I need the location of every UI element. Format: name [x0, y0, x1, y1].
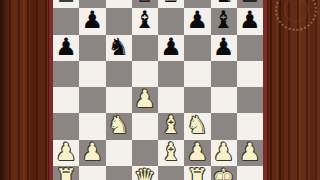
- square-a4[interactable]: [53, 87, 79, 113]
- piece-white-bishop-e2[interactable]: ♝: [160, 140, 182, 164]
- square-a3[interactable]: [53, 113, 79, 139]
- piece-white-queen-d1[interactable]: ♛: [134, 166, 156, 180]
- square-g2[interactable]: ♟: [211, 140, 237, 166]
- square-e4[interactable]: [158, 87, 184, 113]
- square-f1[interactable]: ♜: [184, 166, 210, 180]
- square-c6[interactable]: ♞: [106, 35, 132, 61]
- piece-black-pawn-e6[interactable]: ♟: [160, 35, 182, 59]
- square-g7[interactable]: ♝: [211, 8, 237, 34]
- video-frame: ♜♛♚♞♜♟♝♟♝♟♟♞♟♟♟♞♝♞♟♟♝♟♟♟♜♛♜♚: [0, 0, 320, 180]
- square-b1[interactable]: [79, 166, 105, 180]
- piece-black-knight-c6[interactable]: ♞: [108, 35, 130, 59]
- square-b2[interactable]: ♟: [79, 140, 105, 166]
- piece-black-rook-a8[interactable]: ♜: [55, 0, 77, 6]
- square-e6[interactable]: ♟: [158, 35, 184, 61]
- square-c2[interactable]: [106, 140, 132, 166]
- square-h7[interactable]: ♟: [237, 8, 263, 34]
- piece-white-pawn-g2[interactable]: ♟: [213, 140, 235, 164]
- square-b7[interactable]: ♟: [79, 8, 105, 34]
- board-frame: ♜♛♚♞♜♟♝♟♝♟♟♞♟♟♟♞♝♞♟♟♝♟♟♟♜♛♜♚: [48, 0, 268, 180]
- square-e7[interactable]: [158, 8, 184, 34]
- square-b6[interactable]: [79, 35, 105, 61]
- piece-black-bishop-g7[interactable]: ♝: [213, 8, 235, 32]
- square-f2[interactable]: ♟: [184, 140, 210, 166]
- square-c5[interactable]: [106, 61, 132, 87]
- square-f5[interactable]: [184, 61, 210, 87]
- piece-black-pawn-f7[interactable]: ♟: [187, 8, 209, 32]
- square-a2[interactable]: ♟: [53, 140, 79, 166]
- piece-white-knight-c3[interactable]: ♞: [108, 113, 130, 137]
- square-f6[interactable]: [184, 35, 210, 61]
- square-d5[interactable]: [132, 61, 158, 87]
- square-c4[interactable]: [106, 87, 132, 113]
- chess-board: ♜♛♚♞♜♟♝♟♝♟♟♞♟♟♟♞♝♞♟♟♝♟♟♟♜♛♜♚: [53, 0, 263, 180]
- piece-white-pawn-h2[interactable]: ♟: [239, 140, 261, 164]
- circular-logo-watermark: [275, 0, 317, 31]
- square-d3[interactable]: [132, 113, 158, 139]
- square-a6[interactable]: ♟: [53, 35, 79, 61]
- square-h1[interactable]: [237, 166, 263, 180]
- piece-white-rook-f1[interactable]: ♜: [187, 166, 209, 180]
- square-b5[interactable]: [79, 61, 105, 87]
- square-b4[interactable]: [79, 87, 105, 113]
- piece-black-pawn-g6[interactable]: ♟: [213, 35, 235, 59]
- square-c3[interactable]: ♞: [106, 113, 132, 139]
- square-c7[interactable]: [106, 8, 132, 34]
- square-h4[interactable]: [237, 87, 263, 113]
- piece-black-pawn-b7[interactable]: ♟: [82, 8, 104, 32]
- piece-white-rook-a1[interactable]: ♜: [55, 166, 77, 180]
- square-d6[interactable]: [132, 35, 158, 61]
- square-g5[interactable]: [211, 61, 237, 87]
- piece-white-knight-f3[interactable]: ♞: [187, 113, 209, 137]
- square-f3[interactable]: ♞: [184, 113, 210, 139]
- square-a5[interactable]: [53, 61, 79, 87]
- square-e1[interactable]: [158, 166, 184, 180]
- left-edge-shadow: [0, 0, 14, 180]
- piece-black-knight-g8[interactable]: ♞: [213, 0, 235, 6]
- piece-white-pawn-d4[interactable]: ♟: [134, 87, 156, 111]
- square-b3[interactable]: [79, 113, 105, 139]
- square-d1[interactable]: ♛: [132, 166, 158, 180]
- square-g6[interactable]: ♟: [211, 35, 237, 61]
- square-a7[interactable]: [53, 8, 79, 34]
- square-a8[interactable]: ♜: [53, 0, 79, 8]
- square-e2[interactable]: ♝: [158, 140, 184, 166]
- square-c8[interactable]: [106, 0, 132, 8]
- square-d7[interactable]: ♝: [132, 8, 158, 34]
- square-e8[interactable]: ♚: [158, 0, 184, 8]
- square-a1[interactable]: ♜: [53, 166, 79, 180]
- piece-white-pawn-a2[interactable]: ♟: [55, 140, 77, 164]
- square-e3[interactable]: ♝: [158, 113, 184, 139]
- square-g3[interactable]: [211, 113, 237, 139]
- square-f7[interactable]: ♟: [184, 8, 210, 34]
- square-d4[interactable]: ♟: [132, 87, 158, 113]
- piece-white-bishop-e3[interactable]: ♝: [160, 113, 182, 137]
- square-e5[interactable]: [158, 61, 184, 87]
- piece-black-pawn-a6[interactable]: ♟: [55, 35, 77, 59]
- square-g1[interactable]: ♚: [211, 166, 237, 180]
- square-h5[interactable]: [237, 61, 263, 87]
- piece-white-king-g1[interactable]: ♚: [213, 166, 235, 180]
- square-h3[interactable]: [237, 113, 263, 139]
- piece-black-rook-h8[interactable]: ♜: [239, 0, 261, 6]
- square-g4[interactable]: [211, 87, 237, 113]
- piece-white-pawn-b2[interactable]: ♟: [82, 140, 104, 164]
- piece-black-pawn-h7[interactable]: ♟: [239, 8, 261, 32]
- piece-black-king-e8[interactable]: ♚: [160, 0, 182, 6]
- square-h6[interactable]: [237, 35, 263, 61]
- piece-white-pawn-f2[interactable]: ♟: [187, 140, 209, 164]
- square-h2[interactable]: ♟: [237, 140, 263, 166]
- piece-black-bishop-d7[interactable]: ♝: [134, 8, 156, 32]
- square-d2[interactable]: [132, 140, 158, 166]
- square-c1[interactable]: [106, 166, 132, 180]
- piece-black-queen-d8[interactable]: ♛: [134, 0, 156, 6]
- square-f4[interactable]: [184, 87, 210, 113]
